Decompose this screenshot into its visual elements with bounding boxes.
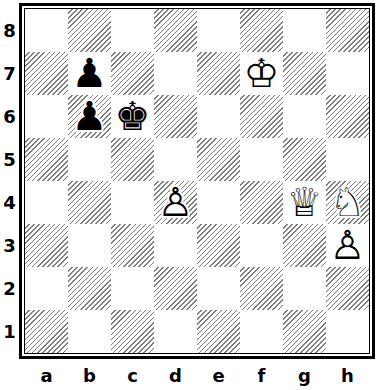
- square-d5[interactable]: [154, 138, 197, 181]
- square-c8[interactable]: [111, 9, 154, 52]
- square-b2[interactable]: [68, 267, 111, 310]
- file-label-b: b: [68, 362, 111, 388]
- square-a4[interactable]: [25, 181, 68, 224]
- file-label-a: a: [25, 362, 68, 388]
- square-e3[interactable]: [197, 224, 240, 267]
- piece-white-pawn[interactable]: ♙: [154, 181, 197, 224]
- square-f2[interactable]: [240, 267, 283, 310]
- square-a5[interactable]: [25, 138, 68, 181]
- square-h4[interactable]: ♞♘: [326, 181, 369, 224]
- square-h7[interactable]: [326, 52, 369, 95]
- file-label-d: d: [154, 362, 197, 388]
- rank-label-4: 4: [0, 181, 19, 224]
- square-b4[interactable]: [68, 181, 111, 224]
- rank-label-7: 7: [0, 52, 19, 95]
- square-f6[interactable]: [240, 95, 283, 138]
- file-labels: abcdefgh: [25, 362, 369, 388]
- square-f3[interactable]: [240, 224, 283, 267]
- file-label-g: g: [283, 362, 326, 388]
- square-e5[interactable]: [197, 138, 240, 181]
- rank-labels: 87654321: [0, 9, 19, 353]
- board-inner-border: ♟♟♚♔♟♟♚♚♟♙♛♕♞♘♟♙: [24, 8, 370, 354]
- square-e8[interactable]: [197, 9, 240, 52]
- rank-label-2: 2: [0, 267, 19, 310]
- square-b1[interactable]: [68, 310, 111, 353]
- square-a3[interactable]: [25, 224, 68, 267]
- square-c5[interactable]: [111, 138, 154, 181]
- square-g4[interactable]: ♛♕: [283, 181, 326, 224]
- square-a6[interactable]: [25, 95, 68, 138]
- chess-diagram: { "game": "chess", "position": { "fen": …: [0, 0, 383, 390]
- square-e4[interactable]: [197, 181, 240, 224]
- square-e1[interactable]: [197, 310, 240, 353]
- square-h6[interactable]: [326, 95, 369, 138]
- piece-black-pawn[interactable]: ♟: [68, 52, 111, 95]
- file-label-e: e: [197, 362, 240, 388]
- square-c1[interactable]: [111, 310, 154, 353]
- square-c2[interactable]: [111, 267, 154, 310]
- square-e6[interactable]: [197, 95, 240, 138]
- rank-label-5: 5: [0, 138, 19, 181]
- file-label-h: h: [326, 362, 369, 388]
- square-f8[interactable]: [240, 9, 283, 52]
- square-e2[interactable]: [197, 267, 240, 310]
- square-b3[interactable]: [68, 224, 111, 267]
- square-d1[interactable]: [154, 310, 197, 353]
- square-f5[interactable]: [240, 138, 283, 181]
- square-g2[interactable]: [283, 267, 326, 310]
- rank-label-6: 6: [0, 95, 19, 138]
- square-h3[interactable]: ♟♙: [326, 224, 369, 267]
- piece-white-king[interactable]: ♔: [240, 52, 283, 95]
- square-e7[interactable]: [197, 52, 240, 95]
- square-g5[interactable]: [283, 138, 326, 181]
- file-label-c: c: [111, 362, 154, 388]
- chess-board: ♟♟♚♔♟♟♚♚♟♙♛♕♞♘♟♙: [25, 9, 369, 353]
- square-h5[interactable]: [326, 138, 369, 181]
- piece-black-pawn[interactable]: ♟: [68, 95, 111, 138]
- square-c6[interactable]: ♚♚: [111, 95, 154, 138]
- square-c3[interactable]: [111, 224, 154, 267]
- square-d3[interactable]: [154, 224, 197, 267]
- square-g3[interactable]: [283, 224, 326, 267]
- square-a2[interactable]: [25, 267, 68, 310]
- square-a1[interactable]: [25, 310, 68, 353]
- square-f1[interactable]: [240, 310, 283, 353]
- square-h2[interactable]: [326, 267, 369, 310]
- square-d7[interactable]: [154, 52, 197, 95]
- square-d8[interactable]: [154, 9, 197, 52]
- square-c4[interactable]: [111, 181, 154, 224]
- square-b5[interactable]: [68, 138, 111, 181]
- square-h1[interactable]: [326, 310, 369, 353]
- square-a8[interactable]: [25, 9, 68, 52]
- square-c7[interactable]: [111, 52, 154, 95]
- square-h8[interactable]: [326, 9, 369, 52]
- square-b8[interactable]: [68, 9, 111, 52]
- square-g8[interactable]: [283, 9, 326, 52]
- square-g7[interactable]: [283, 52, 326, 95]
- square-d4[interactable]: ♟♙: [154, 181, 197, 224]
- square-g1[interactable]: [283, 310, 326, 353]
- rank-label-3: 3: [0, 224, 19, 267]
- square-g6[interactable]: [283, 95, 326, 138]
- rank-label-8: 8: [0, 9, 19, 52]
- piece-white-knight[interactable]: ♘: [326, 181, 369, 224]
- piece-white-pawn[interactable]: ♙: [326, 224, 369, 267]
- board-frame: ♟♟♚♔♟♟♚♚♟♙♛♕♞♘♟♙: [19, 3, 375, 359]
- piece-white-queen[interactable]: ♕: [283, 181, 326, 224]
- square-d2[interactable]: [154, 267, 197, 310]
- piece-black-king[interactable]: ♚: [111, 95, 154, 138]
- square-d6[interactable]: [154, 95, 197, 138]
- square-b6[interactable]: ♟♟: [68, 95, 111, 138]
- square-a7[interactable]: [25, 52, 68, 95]
- square-f7[interactable]: ♚♔: [240, 52, 283, 95]
- file-label-f: f: [240, 362, 283, 388]
- square-f4[interactable]: [240, 181, 283, 224]
- rank-label-1: 1: [0, 310, 19, 353]
- square-b7[interactable]: ♟♟: [68, 52, 111, 95]
